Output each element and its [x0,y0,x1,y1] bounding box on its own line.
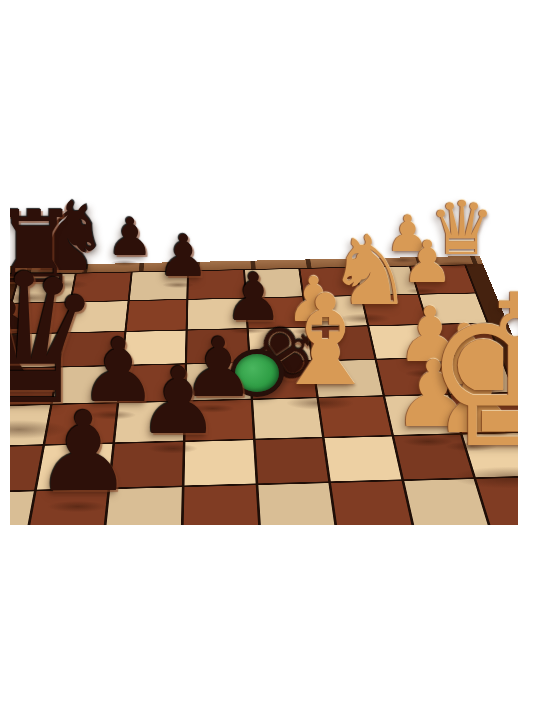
chess-photo-scene: ♜♞♝♟♟♛♟♟♟♟♟♚♞♟♟♛♟♝♟♟♟♟♚ [10,145,518,525]
pieces-layer: ♜♞♝♟♟♛♟♟♟♟♟♚♞♟♟♛♟♝♟♟♟♟♚ [10,145,518,525]
piece-dark-pawn: ♟ [136,356,221,448]
piece-dark-pawn: ♟ [106,211,154,263]
piece-light-king: ♚ [419,268,518,478]
piece-light-bishop: ♝ [268,278,383,403]
piece-dark-pawn: ♟ [157,227,210,285]
product-photo-chess-set: ♜♞♝♟♟♛♟♟♟♟♟♚♞♟♟♛♟♝♟♟♟♟♚ [0,0,540,720]
piece-dark-pawn: ♟ [33,397,134,507]
